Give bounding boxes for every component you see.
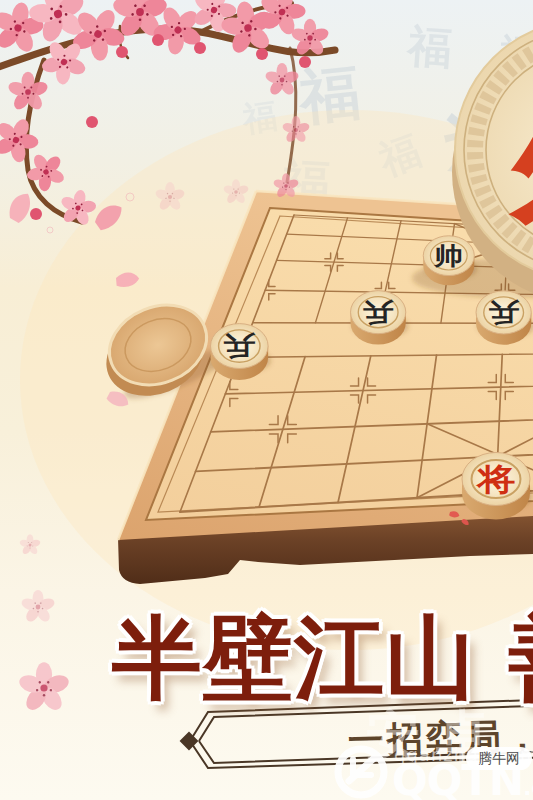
piece-soldier-black: 兵 [351, 291, 409, 345]
svg-text:将: 将 [475, 461, 515, 497]
watermark-dotcom: .com [523, 776, 533, 800]
blossom-bud [256, 48, 268, 60]
blossom-bud [86, 116, 98, 128]
blossom-flower [20, 590, 56, 624]
falling-petal [5, 189, 36, 224]
promo-screen: 福福福福福福福福 名 帅 兵 兵 兵 将 半壁江山 善 一招弈局，巧 安卓 qq… [0, 0, 533, 800]
blossom-bud [299, 56, 311, 68]
blossom-bud [116, 46, 128, 58]
blossom-bud [152, 34, 164, 46]
svg-text:兵: 兵 [488, 298, 520, 328]
watermark-site-badge: 腾牛网 [466, 747, 532, 770]
piece-general-red: 将 [462, 452, 533, 519]
blossom-flower [19, 534, 41, 555]
piece-soldier-black: 兵 [211, 324, 271, 380]
svg-text:兵: 兵 [223, 331, 256, 361]
blossom-bud [194, 42, 206, 54]
qqtn-logo-icon [331, 743, 393, 800]
piece-soldier-black: 兵 [476, 291, 533, 345]
blossom-flower [17, 662, 71, 713]
svg-text:兵: 兵 [363, 297, 395, 327]
blossom-bud [30, 208, 42, 220]
svg-text:帅: 帅 [433, 242, 463, 270]
